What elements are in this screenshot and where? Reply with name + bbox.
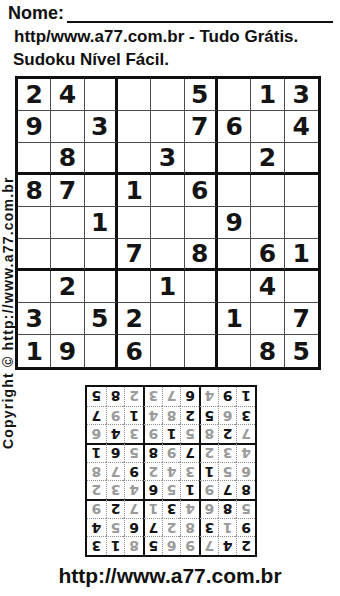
puzzle-cell-r8c9: 7: [285, 303, 318, 335]
puzzle-cell-r9c5: [151, 335, 184, 367]
solution-cell-r1c5: 6: [162, 536, 181, 555]
solution-cell-r7c5: 1: [162, 424, 181, 443]
puzzle-cell-r5c7: 9: [218, 207, 251, 239]
puzzle-cell-r8c7: 1: [218, 303, 251, 335]
solution-cell-r8c1: 3: [236, 406, 255, 425]
solution-cell-r9c3: 4: [199, 387, 218, 406]
solution-cell-r3c2: 8: [218, 499, 237, 518]
puzzle-cell-r8c4: 2: [118, 303, 151, 335]
solution-cell-r2c1: 9: [236, 518, 255, 537]
puzzle-cell-r4c3: [85, 175, 118, 207]
puzzle-cell-r7c5: 1: [151, 271, 184, 303]
puzzle-cell-r1c6: 5: [185, 79, 218, 111]
puzzle-title: Sudoku Nível Fácil.: [13, 50, 169, 70]
solution-cell-r5c2: 5: [218, 462, 237, 481]
puzzle-cell-r3c6: [185, 143, 218, 175]
solution-cell-r9c7: 2: [124, 387, 143, 406]
solution-cell-r9c9: 5: [87, 387, 106, 406]
puzzle-cell-r1c4: [118, 79, 151, 111]
puzzle-cell-r7c9: [285, 271, 318, 303]
puzzle-cell-r6c8: 6: [251, 239, 284, 271]
puzzle-cell-r2c9: 4: [285, 111, 318, 143]
solution-cell-r3c7: 7: [124, 499, 143, 518]
sudoku-worksheet-page: Nome: http/www.a77.com.br - Tudo Grátis.…: [0, 0, 340, 596]
puzzle-cell-r5c9: [285, 207, 318, 239]
solution-cell-r6c9: 1: [87, 443, 106, 462]
solution-cell-r7c7: 3: [124, 424, 143, 443]
solution-cell-r4c4: 1: [180, 480, 199, 499]
solution-cell-r4c8: 3: [106, 480, 125, 499]
solution-cell-r4c3: 9: [199, 480, 218, 499]
solution-cell-r2c9: 4: [87, 518, 106, 537]
puzzle-cell-r2c7: 6: [218, 111, 251, 143]
sudoku-solution-grid-rotated: 2479658139138276545864317298791564326513…: [85, 385, 257, 557]
puzzle-cell-r1c5: [151, 79, 184, 111]
puzzle-cell-r1c8: 1: [251, 79, 284, 111]
puzzle-cell-r4c8: [251, 175, 284, 207]
puzzle-cell-r2c3: 3: [85, 111, 118, 143]
solution-cell-r3c9: 9: [87, 499, 106, 518]
solution-cell-r2c7: 6: [124, 518, 143, 537]
puzzle-cell-r4c1: 8: [18, 175, 51, 207]
solution-cell-r6c6: 8: [143, 443, 162, 462]
puzzle-cell-r4c6: 6: [185, 175, 218, 207]
puzzle-cell-r3c1: [18, 143, 51, 175]
puzzle-cell-r8c1: 3: [18, 303, 51, 335]
solution-cell-r4c7: 4: [124, 480, 143, 499]
puzzle-cell-r1c3: [85, 79, 118, 111]
solution-cell-r8c3: 5: [199, 406, 218, 425]
solution-cell-r9c1: 1: [236, 387, 255, 406]
solution-cell-r5c9: 8: [87, 462, 106, 481]
solution-cell-r8c7: 1: [124, 406, 143, 425]
name-row: Nome:: [8, 3, 333, 23]
puzzle-cell-r7c3: [85, 271, 118, 303]
solution-cell-r3c5: 3: [162, 499, 181, 518]
solution-cell-r7c1: 7: [236, 424, 255, 443]
solution-cell-r1c7: 8: [124, 536, 143, 555]
sudoku-puzzle-grid: 245139376483287161978612143521719685: [15, 76, 321, 370]
puzzle-cell-r9c3: [85, 335, 118, 367]
solution-cell-r6c4: 7: [180, 443, 199, 462]
solution-cell-r5c3: 1: [199, 462, 218, 481]
solution-cell-r1c4: 9: [180, 536, 199, 555]
puzzle-cell-r2c8: [251, 111, 284, 143]
puzzle-cell-r7c1: [18, 271, 51, 303]
solution-cell-r3c8: 2: [106, 499, 125, 518]
puzzle-cell-r7c7: [218, 271, 251, 303]
puzzle-cell-r6c6: 8: [185, 239, 218, 271]
puzzle-cell-r6c3: [85, 239, 118, 271]
solution-cell-r8c9: 7: [87, 406, 106, 425]
puzzle-cell-r6c2: [51, 239, 84, 271]
puzzle-cell-r4c9: [285, 175, 318, 207]
solution-cell-r7c4: 5: [180, 424, 199, 443]
puzzle-cell-r1c7: [218, 79, 251, 111]
puzzle-cell-r1c1: 2: [18, 79, 51, 111]
puzzle-cell-r7c4: [118, 271, 151, 303]
solution-cell-r5c1: 6: [236, 462, 255, 481]
solution-cell-r3c3: 6: [199, 499, 218, 518]
puzzle-cell-r6c7: [218, 239, 251, 271]
solution-cell-r3c1: 5: [236, 499, 255, 518]
solution-cell-r9c4: 6: [180, 387, 199, 406]
puzzle-cell-r8c2: [51, 303, 84, 335]
solution-cell-r4c9: 2: [87, 480, 106, 499]
solution-cell-r4c6: 6: [143, 480, 162, 499]
solution-cell-r5c5: 4: [162, 462, 181, 481]
puzzle-cell-r9c9: 5: [285, 335, 318, 367]
puzzle-cell-r3c9: [285, 143, 318, 175]
puzzle-cell-r2c2: [51, 111, 84, 143]
puzzle-cell-r5c5: [151, 207, 184, 239]
puzzle-cell-r8c5: [151, 303, 184, 335]
puzzle-cell-r5c6: [185, 207, 218, 239]
solution-cell-r2c4: 8: [180, 518, 199, 537]
solution-cell-r6c3: 2: [199, 443, 218, 462]
solution-cell-r7c8: 4: [106, 424, 125, 443]
puzzle-cell-r6c9: 1: [285, 239, 318, 271]
solution-cell-r5c8: 7: [106, 462, 125, 481]
solution-cell-r5c7: 9: [124, 462, 143, 481]
site-tagline: http/www.a77.com.br - Tudo Grátis.: [14, 27, 298, 47]
solution-cell-r7c9: 6: [87, 424, 106, 443]
puzzle-cell-r9c4: 6: [118, 335, 151, 367]
puzzle-cell-r5c8: [251, 207, 284, 239]
name-label: Nome:: [8, 3, 64, 23]
puzzle-cell-r6c4: 7: [118, 239, 151, 271]
solution-cell-r2c5: 2: [162, 518, 181, 537]
puzzle-cell-r9c8: 8: [251, 335, 284, 367]
puzzle-cell-r3c3: [85, 143, 118, 175]
solution-cell-r8c6: 4: [143, 406, 162, 425]
puzzle-cell-r8c6: [185, 303, 218, 335]
puzzle-cell-r5c4: [118, 207, 151, 239]
solution-cell-r2c8: 5: [106, 518, 125, 537]
solution-cell-r2c3: 3: [199, 518, 218, 537]
puzzle-cell-r7c8: 4: [251, 271, 284, 303]
puzzle-cell-r2c5: [151, 111, 184, 143]
puzzle-cell-r4c4: 1: [118, 175, 151, 207]
solution-cell-r6c7: 5: [124, 443, 143, 462]
puzzle-cell-r6c5: [151, 239, 184, 271]
solution-cell-r7c6: 9: [143, 424, 162, 443]
puzzle-cell-r2c4: [118, 111, 151, 143]
puzzle-cell-r9c6: [185, 335, 218, 367]
copyright-vertical-text: Copyright © http://www.a77.com.br: [0, 176, 16, 449]
solution-cell-r8c2: 6: [218, 406, 237, 425]
puzzle-cell-r7c2: 2: [51, 271, 84, 303]
solution-cell-r4c1: 8: [236, 480, 255, 499]
puzzle-cell-r3c2: 8: [51, 143, 84, 175]
solution-cell-r1c9: 3: [87, 536, 106, 555]
puzzle-cell-r5c1: [18, 207, 51, 239]
solution-cell-r5c4: 3: [180, 462, 199, 481]
solution-cell-r3c6: 1: [143, 499, 162, 518]
puzzle-cell-r8c8: [251, 303, 284, 335]
solution-cell-r1c1: 2: [236, 536, 255, 555]
footer-url: http://www.a77.com.br: [0, 564, 340, 588]
puzzle-cell-r3c4: [118, 143, 151, 175]
solution-cell-r1c6: 5: [143, 536, 162, 555]
puzzle-cell-r2c1: 9: [18, 111, 51, 143]
puzzle-cell-r4c5: [151, 175, 184, 207]
solution-cell-r8c8: 9: [106, 406, 125, 425]
puzzle-cell-r9c1: 1: [18, 335, 51, 367]
puzzle-cell-r9c7: [218, 335, 251, 367]
puzzle-cell-r9c2: 9: [51, 335, 84, 367]
solution-cell-r9c8: 8: [106, 387, 125, 406]
puzzle-cell-r3c5: 3: [151, 143, 184, 175]
solution-cell-r4c5: 5: [162, 480, 181, 499]
solution-cell-r9c5: 7: [162, 387, 181, 406]
solution-cell-r6c5: 9: [162, 443, 181, 462]
puzzle-cell-r8c3: 5: [85, 303, 118, 335]
puzzle-cell-r3c7: [218, 143, 251, 175]
solution-cell-r7c3: 8: [199, 424, 218, 443]
puzzle-cell-r7c6: [185, 271, 218, 303]
puzzle-cell-r5c2: [51, 207, 84, 239]
puzzle-cell-r3c8: 2: [251, 143, 284, 175]
puzzle-cell-r4c7: [218, 175, 251, 207]
solution-cell-r6c8: 6: [106, 443, 125, 462]
solution-cell-r7c2: 2: [218, 424, 237, 443]
puzzle-cell-r1c2: 4: [51, 79, 84, 111]
puzzle-cell-r2c6: 7: [185, 111, 218, 143]
solution-cell-r2c6: 7: [143, 518, 162, 537]
solution-cell-r6c2: 3: [218, 443, 237, 462]
solution-cell-r9c6: 3: [143, 387, 162, 406]
solution-cell-r5c6: 2: [143, 462, 162, 481]
solution-cell-r8c5: 8: [162, 406, 181, 425]
puzzle-cell-r5c3: 1: [85, 207, 118, 239]
solution-cell-r1c2: 4: [218, 536, 237, 555]
puzzle-cell-r6c1: [18, 239, 51, 271]
solution-cell-r2c2: 1: [218, 518, 237, 537]
solution-cell-r4c2: 7: [218, 480, 237, 499]
solution-cell-r6c1: 4: [236, 443, 255, 462]
puzzle-cell-r4c2: 7: [51, 175, 84, 207]
solution-cell-r1c3: 7: [199, 536, 218, 555]
solution-cell-r1c8: 1: [106, 536, 125, 555]
solution-cell-r3c4: 4: [180, 499, 199, 518]
solution-cell-r9c2: 9: [218, 387, 237, 406]
solution-cell-r8c4: 2: [180, 406, 199, 425]
puzzle-cell-r1c9: 3: [285, 79, 318, 111]
name-blank-line: [67, 3, 333, 23]
